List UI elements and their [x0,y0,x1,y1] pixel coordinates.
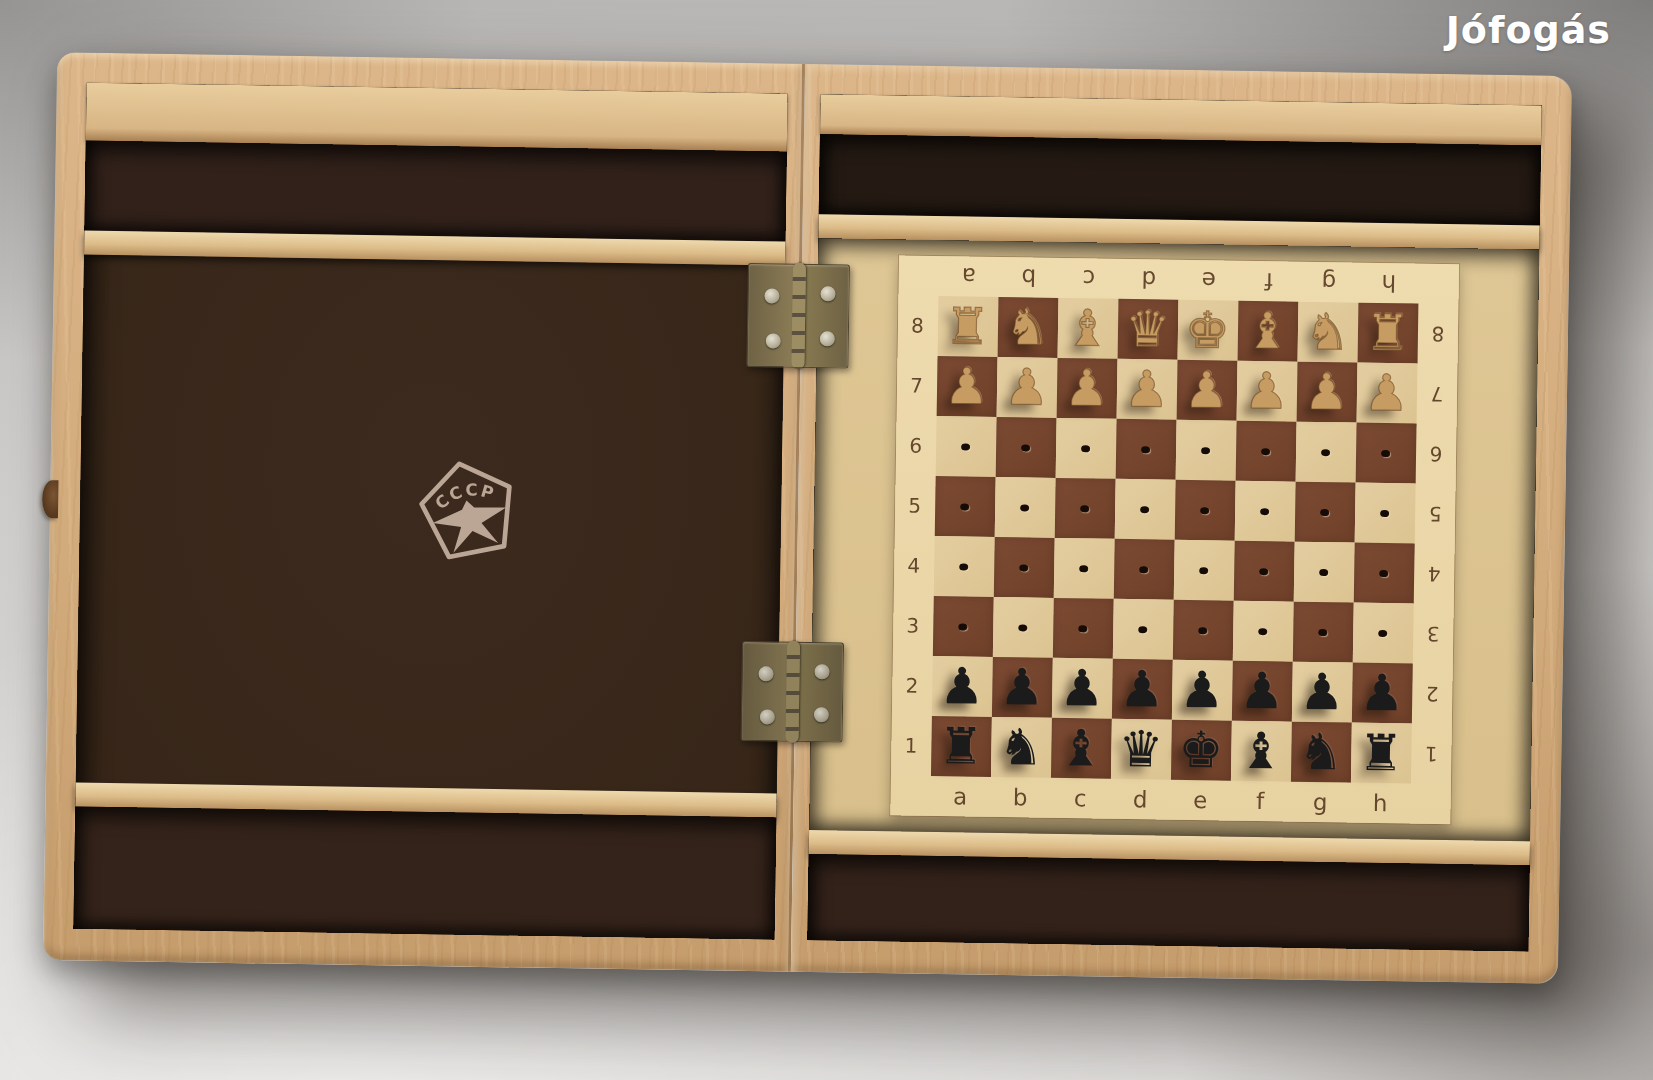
peg-hole [1081,445,1090,452]
black-knight[interactable]: ♞ [998,722,1044,773]
hinge-screw [814,664,829,679]
white-bishop[interactable]: ♝ [1065,303,1111,354]
white-king[interactable]: ♚ [1185,305,1231,356]
file-labels-top-e: e [1178,260,1239,301]
square-a7[interactable]: ♟ [936,356,997,417]
rank-labels-right-4: 4 [1413,544,1454,605]
square-f1[interactable]: ♝ [1230,721,1291,782]
file-labels-top-g: g [1298,262,1359,303]
peg-hole [1078,625,1087,632]
square-g1[interactable]: ♞ [1290,722,1351,783]
peg-hole [1140,506,1149,513]
peg-hole [1379,569,1388,576]
peg-hole [1019,564,1028,571]
square-d4[interactable] [1113,539,1174,600]
base-bottom-tray [807,854,1529,951]
peg-hole [1261,448,1270,455]
square-a6[interactable] [935,416,996,477]
peg-hole [1139,566,1148,573]
square-h4[interactable] [1353,543,1414,604]
square-f8[interactable]: ♝ [1237,301,1298,362]
peg-hole [1319,569,1328,576]
black-queen[interactable]: ♛ [1118,724,1164,775]
peg-hole [1381,450,1390,457]
square-h3[interactable] [1352,603,1413,664]
square-e1[interactable]: ♚ [1170,720,1231,781]
square-f3[interactable] [1232,601,1293,662]
black-pawn[interactable]: ♟ [1179,665,1225,716]
hinge-screw [814,707,829,722]
hinge-top [746,263,850,369]
white-bishop[interactable]: ♝ [1245,306,1291,357]
square-c6[interactable] [1055,418,1116,479]
rank-labels-right-1: 1 [1410,724,1451,785]
rank-labels-right-3: 3 [1412,604,1453,665]
hinge-knuckle [791,263,806,369]
square-g8[interactable]: ♞ [1297,302,1358,363]
peg-hole [1138,626,1147,633]
black-knight[interactable]: ♞ [1298,727,1344,778]
square-e8[interactable]: ♚ [1177,300,1238,361]
file-labels-bottom-c: c [1050,778,1111,819]
peg-hole [1200,507,1209,514]
white-pawn[interactable]: ♟ [1184,365,1230,416]
square-h1[interactable]: ♜ [1350,723,1411,784]
file-labels-top-a: a [938,256,999,297]
square-d2[interactable]: ♟ [1111,659,1172,720]
rank-labels-right-2: 2 [1411,664,1452,725]
box-lid-left: СССР [43,52,805,972]
soviet-quality-mark-stamp: СССР [407,448,529,570]
square-c2[interactable]: ♟ [1051,658,1112,719]
square-a8[interactable]: ♜ [937,296,998,357]
white-queen[interactable]: ♛ [1125,304,1171,355]
file-labels-bottom-g: g [1290,782,1351,823]
hinge-knuckle [785,641,800,743]
black-pawn[interactable]: ♟ [1239,666,1285,717]
rank-labels-left-4: 4 [893,535,934,596]
black-rook[interactable]: ♜ [938,721,984,772]
board-recess: abcdefgh abcdefgh 87654321 87654321 ♜♞♝♛… [809,238,1539,841]
file-labels-top-h: h [1358,263,1419,304]
peg-hole [959,563,968,570]
black-king[interactable]: ♚ [1178,725,1224,776]
square-d7[interactable]: ♟ [1116,359,1177,420]
square-f5[interactable] [1234,481,1295,542]
square-c1[interactable]: ♝ [1050,718,1111,779]
square-f7[interactable]: ♟ [1236,361,1297,422]
square-f6[interactable] [1235,421,1296,482]
square-g6[interactable] [1295,422,1356,483]
square-e3[interactable] [1172,600,1233,661]
rank-labels-left-3: 3 [892,595,933,656]
base-top-tray [819,134,1541,225]
square-g3[interactable] [1292,602,1353,663]
square-c8[interactable]: ♝ [1057,298,1118,359]
white-rook[interactable]: ♜ [1365,308,1411,359]
square-h8[interactable]: ♜ [1357,303,1418,364]
square-b1[interactable]: ♞ [990,717,1051,778]
peg-hole [960,503,969,510]
file-labels-top-b: b [998,257,1059,298]
peg-hole [1260,508,1269,515]
white-pawn[interactable]: ♟ [1004,362,1050,413]
file-labels-bottom-b: b [990,777,1051,818]
rank-labels-right-8: 8 [1417,304,1458,365]
black-bishop[interactable]: ♝ [1238,726,1284,777]
hinge-bottom [740,641,844,743]
peg-hole [1079,565,1088,572]
lid-felt-interior: СССР [73,83,787,940]
chessboard: abcdefgh abcdefgh 87654321 87654321 ♜♞♝♛… [890,255,1459,824]
black-pawn[interactable]: ♟ [939,661,985,712]
file-labels-bottom: abcdefgh [930,776,1411,824]
file-labels-top-f: f [1238,261,1299,302]
hinge-screw [820,287,835,302]
file-labels-top-c: c [1058,258,1119,299]
peg-hole [1199,567,1208,574]
rank-labels-left-6: 6 [895,415,936,476]
black-rook[interactable]: ♜ [1358,728,1404,779]
black-bishop[interactable]: ♝ [1058,723,1104,774]
peg-hole [1198,627,1207,634]
square-d3[interactable] [1112,599,1173,660]
peg-hole [961,443,970,450]
peg-hole [1321,449,1330,456]
square-e6[interactable] [1175,420,1236,481]
square-a1[interactable]: ♜ [930,716,991,777]
white-pawn[interactable]: ♟ [1064,363,1110,414]
peg-hole [1378,629,1387,636]
peg-hole [1080,505,1089,512]
square-h7[interactable]: ♟ [1356,363,1417,424]
square-c4[interactable] [1053,538,1114,599]
square-b8[interactable]: ♞ [997,297,1058,358]
lid-inner-wall [86,83,788,152]
peg-hole [1318,629,1327,636]
board-grid: ♜♞♝♛♚♝♞♜♟♟♟♟♟♟♟♟♟♟♟♟♟♟♟♟♜♞♝♛♚♝♞♜ [930,296,1417,783]
black-pawn[interactable]: ♟ [999,662,1045,713]
square-d5[interactable] [1114,479,1175,540]
rank-labels-left-8: 8 [897,295,938,356]
box-base-right: abcdefgh abcdefgh 87654321 87654321 ♜♞♝♛… [791,64,1572,984]
white-rook[interactable]: ♜ [945,301,991,352]
square-b5[interactable] [994,477,1055,538]
file-labels-bottom-a: a [930,776,991,817]
lid-bottom-tray [73,807,776,940]
white-knight[interactable]: ♞ [1005,302,1051,353]
square-b2[interactable]: ♟ [991,657,1052,718]
latch-knob [42,480,59,518]
square-a5[interactable] [934,476,995,537]
square-e7[interactable]: ♟ [1176,360,1237,421]
square-d1[interactable]: ♛ [1110,719,1171,780]
square-d8[interactable]: ♛ [1117,299,1178,360]
square-e2[interactable]: ♟ [1171,660,1232,721]
white-pawn[interactable]: ♟ [1124,364,1170,415]
peg-hole [1021,444,1030,451]
white-pawn[interactable]: ♟ [1244,366,1290,417]
rank-labels-right-5: 5 [1414,484,1455,545]
file-labels-bottom-h: h [1350,783,1411,824]
peg-hole [958,623,967,630]
peg-hole [1018,624,1027,631]
square-b3[interactable] [992,597,1053,658]
peg-hole [1320,509,1329,516]
rank-labels-right-6: 6 [1415,424,1456,485]
peg-hole [1141,446,1150,453]
base-interior: abcdefgh abcdefgh 87654321 87654321 ♜♞♝♛… [807,94,1541,951]
square-f2[interactable]: ♟ [1231,661,1292,722]
watermark-jofogas: Jófogás [1446,8,1611,52]
peg-hole [1259,568,1268,575]
white-pawn[interactable]: ♟ [1364,368,1410,419]
peg-hole [1020,504,1029,511]
file-labels-bottom-d: d [1110,779,1171,820]
square-f4[interactable] [1233,541,1294,602]
square-g4[interactable] [1293,542,1354,603]
square-a2[interactable]: ♟ [931,656,992,717]
chess-box: СССР abcdefgh abcdefgh 87654321 87654321 [43,52,1572,984]
peg-hole [1380,509,1389,516]
hinge-screw [820,331,835,346]
file-labels-top-d: d [1118,259,1179,300]
hinge-screw [766,334,781,349]
black-pawn[interactable]: ♟ [1299,667,1345,718]
square-h5[interactable] [1354,483,1415,544]
square-g5[interactable] [1294,482,1355,543]
hinge-screw [764,289,779,304]
square-b6[interactable] [995,417,1056,478]
file-labels-bottom-e: e [1170,780,1231,821]
square-h6[interactable] [1355,423,1416,484]
rank-labels-left-1: 1 [890,715,931,776]
hinge-screw [758,666,773,681]
rank-labels-right: 87654321 [1410,304,1458,785]
square-d6[interactable] [1115,419,1176,480]
black-pawn[interactable]: ♟ [1059,663,1105,714]
white-pawn[interactable]: ♟ [1304,367,1350,418]
rank-labels-left-2: 2 [891,655,932,716]
lid-top-tray [84,141,786,242]
square-b7[interactable]: ♟ [996,357,1057,418]
square-c7[interactable]: ♟ [1056,358,1117,419]
square-e4[interactable] [1173,540,1234,601]
white-knight[interactable]: ♞ [1305,307,1351,358]
square-c3[interactable] [1052,598,1113,659]
hinge-screw [760,709,775,724]
square-a3[interactable] [932,596,993,657]
square-e5[interactable] [1174,480,1235,541]
peg-hole [1258,628,1267,635]
square-b4[interactable] [993,537,1054,598]
square-c5[interactable] [1054,478,1115,539]
square-a4[interactable] [933,536,994,597]
rank-labels-left-5: 5 [894,475,935,536]
peg-hole [1201,447,1210,454]
rank-labels-left-7: 7 [896,355,937,416]
file-labels-bottom-f: f [1230,781,1291,822]
square-g7[interactable]: ♟ [1296,362,1357,423]
square-h2[interactable]: ♟ [1351,663,1412,724]
square-g2[interactable]: ♟ [1291,662,1352,723]
black-pawn[interactable]: ♟ [1119,664,1165,715]
black-pawn[interactable]: ♟ [1359,668,1405,719]
white-pawn[interactable]: ♟ [944,361,990,412]
rank-labels-right-7: 7 [1416,364,1457,425]
